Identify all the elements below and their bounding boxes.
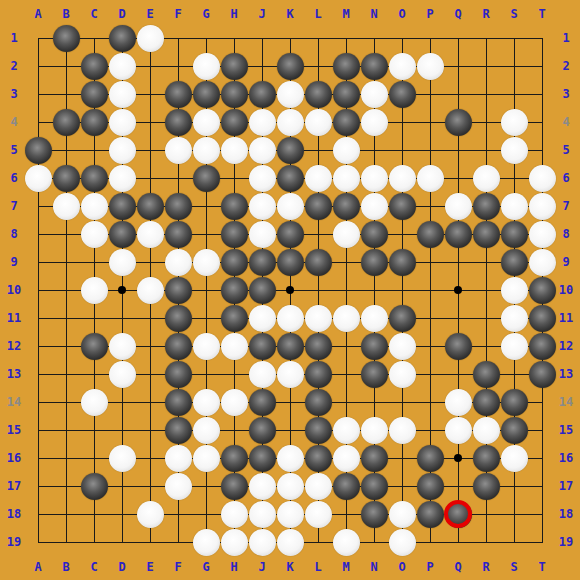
white-stone-J7[interactable] — [249, 193, 276, 220]
column-label-bottom-D: D — [108, 560, 136, 574]
black-stone-Q8[interactable] — [445, 221, 472, 248]
black-stone-R7[interactable] — [473, 193, 500, 220]
black-stone-R17[interactable] — [473, 473, 500, 500]
row-label-right-11: 11 — [552, 311, 580, 325]
white-stone-Q7[interactable] — [445, 193, 472, 220]
black-stone-L7[interactable] — [305, 193, 332, 220]
white-stone-K13[interactable] — [277, 361, 304, 388]
black-stone-C4[interactable] — [81, 109, 108, 136]
column-label-bottom-B: B — [52, 560, 80, 574]
white-stone-G5[interactable] — [193, 137, 220, 164]
black-stone-J14[interactable] — [249, 389, 276, 416]
white-stone-C14[interactable] — [81, 389, 108, 416]
white-stone-F5[interactable] — [165, 137, 192, 164]
white-stone-N3[interactable] — [361, 81, 388, 108]
black-stone-K8[interactable] — [277, 221, 304, 248]
column-label-top-O: O — [388, 7, 416, 21]
column-label-top-T: T — [528, 7, 556, 21]
go-board-app: AABBCCDDEEFFGGHHJJKKLLMMNNOOPPQQRRSSTT11… — [0, 0, 580, 580]
black-stone-R8[interactable] — [473, 221, 500, 248]
black-stone-M4[interactable] — [333, 109, 360, 136]
black-stone-S14[interactable] — [501, 389, 528, 416]
black-stone-P8[interactable] — [417, 221, 444, 248]
row-label-right-14: 14 — [552, 395, 580, 409]
black-stone-L9[interactable] — [305, 249, 332, 276]
black-stone-H11[interactable] — [221, 305, 248, 332]
black-stone-R14[interactable] — [473, 389, 500, 416]
white-stone-L17[interactable] — [305, 473, 332, 500]
white-stone-D13[interactable] — [109, 361, 136, 388]
row-label-left-1: 1 — [0, 31, 28, 45]
white-stone-S5[interactable] — [501, 137, 528, 164]
column-label-bottom-A: A — [24, 560, 52, 574]
black-stone-L3[interactable] — [305, 81, 332, 108]
black-stone-Q4[interactable] — [445, 109, 472, 136]
white-stone-E1[interactable] — [137, 25, 164, 52]
white-stone-G9[interactable] — [193, 249, 220, 276]
black-stone-P18[interactable] — [417, 501, 444, 528]
white-stone-L11[interactable] — [305, 305, 332, 332]
white-stone-D3[interactable] — [109, 81, 136, 108]
white-stone-J5[interactable] — [249, 137, 276, 164]
white-stone-M19[interactable] — [333, 529, 360, 556]
row-label-right-8: 8 — [552, 227, 580, 241]
white-stone-J17[interactable] — [249, 473, 276, 500]
row-label-right-5: 5 — [552, 143, 580, 157]
white-stone-S10[interactable] — [501, 277, 528, 304]
black-stone-R16[interactable] — [473, 445, 500, 472]
row-label-left-13: 13 — [0, 367, 28, 381]
row-label-left-11: 11 — [0, 311, 28, 325]
white-stone-M6[interactable] — [333, 165, 360, 192]
black-stone-J3[interactable] — [249, 81, 276, 108]
black-stone-S8[interactable] — [501, 221, 528, 248]
white-stone-J6[interactable] — [249, 165, 276, 192]
white-stone-L18[interactable] — [305, 501, 332, 528]
black-stone-H10[interactable] — [221, 277, 248, 304]
white-stone-H14[interactable] — [221, 389, 248, 416]
white-stone-N4[interactable] — [361, 109, 388, 136]
column-label-bottom-S: S — [500, 560, 528, 574]
row-label-left-16: 16 — [0, 451, 28, 465]
star-point-D10 — [118, 286, 126, 294]
column-label-bottom-H: H — [220, 560, 248, 574]
column-label-bottom-L: L — [304, 560, 332, 574]
black-stone-S9[interactable] — [501, 249, 528, 276]
white-stone-S4[interactable] — [501, 109, 528, 136]
column-label-top-S: S — [500, 7, 528, 21]
black-stone-F3[interactable] — [165, 81, 192, 108]
white-stone-K3[interactable] — [277, 81, 304, 108]
white-stone-G4[interactable] — [193, 109, 220, 136]
white-stone-B7[interactable] — [53, 193, 80, 220]
white-stone-O2[interactable] — [389, 53, 416, 80]
row-label-left-5: 5 — [0, 143, 28, 157]
white-stone-S16[interactable] — [501, 445, 528, 472]
white-stone-J11[interactable] — [249, 305, 276, 332]
black-stone-K12[interactable] — [277, 333, 304, 360]
column-label-bottom-P: P — [416, 560, 444, 574]
black-stone-A5[interactable] — [25, 137, 52, 164]
white-stone-O18[interactable] — [389, 501, 416, 528]
black-stone-N18[interactable] — [361, 501, 388, 528]
star-point-Q16 — [454, 454, 462, 462]
column-label-top-A: A — [24, 7, 52, 21]
white-stone-G15[interactable] — [193, 417, 220, 444]
row-label-left-4: 4 — [0, 115, 28, 129]
black-stone-M3[interactable] — [333, 81, 360, 108]
white-stone-M16[interactable] — [333, 445, 360, 472]
white-stone-Q14[interactable] — [445, 389, 472, 416]
black-stone-F11[interactable] — [165, 305, 192, 332]
star-point-K10 — [286, 286, 294, 294]
white-stone-G16[interactable] — [193, 445, 220, 472]
black-stone-L13[interactable] — [305, 361, 332, 388]
white-stone-M11[interactable] — [333, 305, 360, 332]
white-stone-C7[interactable] — [81, 193, 108, 220]
white-stone-F9[interactable] — [165, 249, 192, 276]
row-label-right-10: 10 — [552, 283, 580, 297]
white-stone-P2[interactable] — [417, 53, 444, 80]
white-stone-N6[interactable] — [361, 165, 388, 192]
black-stone-N9[interactable] — [361, 249, 388, 276]
black-stone-H2[interactable] — [221, 53, 248, 80]
row-label-left-14: 14 — [0, 395, 28, 409]
black-stone-N17[interactable] — [361, 473, 388, 500]
white-stone-E8[interactable] — [137, 221, 164, 248]
column-label-bottom-F: F — [164, 560, 192, 574]
white-stone-H12[interactable] — [221, 333, 248, 360]
white-stone-P6[interactable] — [417, 165, 444, 192]
white-stone-K4[interactable] — [277, 109, 304, 136]
row-label-right-6: 6 — [552, 171, 580, 185]
white-stone-D6[interactable] — [109, 165, 136, 192]
black-stone-B1[interactable] — [53, 25, 80, 52]
black-stone-C12[interactable] — [81, 333, 108, 360]
black-stone-F12[interactable] — [165, 333, 192, 360]
column-label-top-L: L — [304, 7, 332, 21]
white-stone-D2[interactable] — [109, 53, 136, 80]
black-stone-P17[interactable] — [417, 473, 444, 500]
white-stone-M8[interactable] — [333, 221, 360, 248]
black-stone-N16[interactable] — [361, 445, 388, 472]
white-stone-M15[interactable] — [333, 417, 360, 444]
black-stone-G6[interactable] — [193, 165, 220, 192]
black-stone-E7[interactable] — [137, 193, 164, 220]
white-stone-H19[interactable] — [221, 529, 248, 556]
white-stone-O6[interactable] — [389, 165, 416, 192]
last-move-red-circle-Q18 — [444, 500, 472, 528]
white-stone-O19[interactable] — [389, 529, 416, 556]
white-stone-G14[interactable] — [193, 389, 220, 416]
column-label-top-R: R — [472, 7, 500, 21]
white-stone-K17[interactable] — [277, 473, 304, 500]
column-label-top-J: J — [248, 7, 276, 21]
white-stone-D5[interactable] — [109, 137, 136, 164]
white-stone-S12[interactable] — [501, 333, 528, 360]
white-stone-G2[interactable] — [193, 53, 220, 80]
black-stone-N12[interactable] — [361, 333, 388, 360]
row-label-left-7: 7 — [0, 199, 28, 213]
black-stone-D1[interactable] — [109, 25, 136, 52]
white-stone-K19[interactable] — [277, 529, 304, 556]
row-label-right-12: 12 — [552, 339, 580, 353]
black-stone-B6[interactable] — [53, 165, 80, 192]
black-stone-F4[interactable] — [165, 109, 192, 136]
black-stone-K6[interactable] — [277, 165, 304, 192]
black-stone-D8[interactable] — [109, 221, 136, 248]
white-stone-J13[interactable] — [249, 361, 276, 388]
column-label-bottom-T: T — [528, 560, 556, 574]
black-stone-S15[interactable] — [501, 417, 528, 444]
white-stone-H5[interactable] — [221, 137, 248, 164]
column-label-bottom-N: N — [360, 560, 388, 574]
white-stone-D4[interactable] — [109, 109, 136, 136]
white-stone-J19[interactable] — [249, 529, 276, 556]
row-label-left-6: 6 — [0, 171, 28, 185]
black-stone-C17[interactable] — [81, 473, 108, 500]
column-label-bottom-J: J — [248, 560, 276, 574]
white-stone-J8[interactable] — [249, 221, 276, 248]
black-stone-K9[interactable] — [277, 249, 304, 276]
black-stone-K2[interactable] — [277, 53, 304, 80]
white-stone-N11[interactable] — [361, 305, 388, 332]
black-stone-B4[interactable] — [53, 109, 80, 136]
black-stone-O11[interactable] — [389, 305, 416, 332]
black-stone-M17[interactable] — [333, 473, 360, 500]
black-stone-H3[interactable] — [221, 81, 248, 108]
column-label-bottom-O: O — [388, 560, 416, 574]
black-stone-H16[interactable] — [221, 445, 248, 472]
black-stone-J16[interactable] — [249, 445, 276, 472]
black-stone-K5[interactable] — [277, 137, 304, 164]
column-label-top-C: C — [80, 7, 108, 21]
black-stone-D7[interactable] — [109, 193, 136, 220]
column-label-top-G: G — [192, 7, 220, 21]
black-stone-J9[interactable] — [249, 249, 276, 276]
white-stone-S7[interactable] — [501, 193, 528, 220]
column-label-top-P: P — [416, 7, 444, 21]
row-label-right-13: 13 — [552, 367, 580, 381]
white-stone-J4[interactable] — [249, 109, 276, 136]
black-stone-H8[interactable] — [221, 221, 248, 248]
black-stone-L12[interactable] — [305, 333, 332, 360]
row-label-right-1: 1 — [552, 31, 580, 45]
white-stone-C10[interactable] — [81, 277, 108, 304]
white-stone-C8[interactable] — [81, 221, 108, 248]
column-label-bottom-K: K — [276, 560, 304, 574]
row-label-left-8: 8 — [0, 227, 28, 241]
column-label-bottom-G: G — [192, 560, 220, 574]
row-label-right-15: 15 — [552, 423, 580, 437]
column-label-top-D: D — [108, 7, 136, 21]
column-label-top-E: E — [136, 7, 164, 21]
black-stone-N13[interactable] — [361, 361, 388, 388]
white-stone-S11[interactable] — [501, 305, 528, 332]
white-stone-L4[interactable] — [305, 109, 332, 136]
black-stone-F13[interactable] — [165, 361, 192, 388]
row-label-right-4: 4 — [552, 115, 580, 129]
row-label-left-10: 10 — [0, 283, 28, 297]
column-label-bottom-M: M — [332, 560, 360, 574]
column-label-top-K: K — [276, 7, 304, 21]
white-stone-R6[interactable] — [473, 165, 500, 192]
black-stone-N2[interactable] — [361, 53, 388, 80]
white-stone-K7[interactable] — [277, 193, 304, 220]
white-stone-E10[interactable] — [137, 277, 164, 304]
white-stone-O13[interactable] — [389, 361, 416, 388]
column-label-bottom-C: C — [80, 560, 108, 574]
row-label-right-17: 17 — [552, 479, 580, 493]
column-label-top-N: N — [360, 7, 388, 21]
white-stone-J18[interactable] — [249, 501, 276, 528]
white-stone-N15[interactable] — [361, 417, 388, 444]
white-stone-E18[interactable] — [137, 501, 164, 528]
column-label-top-F: F — [164, 7, 192, 21]
white-stone-A6[interactable] — [25, 165, 52, 192]
white-stone-L6[interactable] — [305, 165, 332, 192]
row-label-right-16: 16 — [552, 451, 580, 465]
black-stone-J12[interactable] — [249, 333, 276, 360]
black-stone-M7[interactable] — [333, 193, 360, 220]
row-label-right-2: 2 — [552, 59, 580, 73]
column-label-top-Q: Q — [444, 7, 472, 21]
black-stone-N8[interactable] — [361, 221, 388, 248]
row-label-right-18: 18 — [552, 507, 580, 521]
white-stone-K18[interactable] — [277, 501, 304, 528]
black-stone-M2[interactable] — [333, 53, 360, 80]
black-stone-H7[interactable] — [221, 193, 248, 220]
row-label-right-3: 3 — [552, 87, 580, 101]
white-stone-Q15[interactable] — [445, 417, 472, 444]
row-label-left-18: 18 — [0, 507, 28, 521]
column-label-bottom-E: E — [136, 560, 164, 574]
white-stone-N7[interactable] — [361, 193, 388, 220]
white-stone-O15[interactable] — [389, 417, 416, 444]
black-stone-P16[interactable] — [417, 445, 444, 472]
white-stone-O12[interactable] — [389, 333, 416, 360]
row-label-right-19: 19 — [552, 535, 580, 549]
column-label-bottom-R: R — [472, 560, 500, 574]
white-stone-D16[interactable] — [109, 445, 136, 472]
black-stone-C3[interactable] — [81, 81, 108, 108]
black-stone-F7[interactable] — [165, 193, 192, 220]
black-stone-Q12[interactable] — [445, 333, 472, 360]
black-stone-C2[interactable] — [81, 53, 108, 80]
white-stone-F17[interactable] — [165, 473, 192, 500]
star-point-Q10 — [454, 286, 462, 294]
row-label-right-7: 7 — [552, 199, 580, 213]
row-label-left-2: 2 — [0, 59, 28, 73]
black-stone-O7[interactable] — [389, 193, 416, 220]
white-stone-R15[interactable] — [473, 417, 500, 444]
black-stone-L16[interactable] — [305, 445, 332, 472]
black-stone-F8[interactable] — [165, 221, 192, 248]
row-label-left-12: 12 — [0, 339, 28, 353]
column-label-top-B: B — [52, 7, 80, 21]
row-label-left-17: 17 — [0, 479, 28, 493]
column-label-top-M: M — [332, 7, 360, 21]
white-stone-D12[interactable] — [109, 333, 136, 360]
white-stone-H18[interactable] — [221, 501, 248, 528]
black-stone-C6[interactable] — [81, 165, 108, 192]
row-label-left-3: 3 — [0, 87, 28, 101]
black-stone-J15[interactable] — [249, 417, 276, 444]
white-stone-D9[interactable] — [109, 249, 136, 276]
black-stone-H17[interactable] — [221, 473, 248, 500]
column-label-bottom-Q: Q — [444, 560, 472, 574]
black-stone-O3[interactable] — [389, 81, 416, 108]
black-stone-R13[interactable] — [473, 361, 500, 388]
black-stone-G3[interactable] — [193, 81, 220, 108]
row-label-left-9: 9 — [0, 255, 28, 269]
black-stone-F14[interactable] — [165, 389, 192, 416]
white-stone-K16[interactable] — [277, 445, 304, 472]
black-stone-L14[interactable] — [305, 389, 332, 416]
white-stone-G19[interactable] — [193, 529, 220, 556]
black-stone-H4[interactable] — [221, 109, 248, 136]
black-stone-J10[interactable] — [249, 277, 276, 304]
black-stone-O9[interactable] — [389, 249, 416, 276]
row-label-left-19: 19 — [0, 535, 28, 549]
black-stone-L15[interactable] — [305, 417, 332, 444]
white-stone-F16[interactable] — [165, 445, 192, 472]
white-stone-M5[interactable] — [333, 137, 360, 164]
black-stone-H9[interactable] — [221, 249, 248, 276]
white-stone-K11[interactable] — [277, 305, 304, 332]
row-label-right-9: 9 — [552, 255, 580, 269]
black-stone-F15[interactable] — [165, 417, 192, 444]
black-stone-F10[interactable] — [165, 277, 192, 304]
row-label-left-15: 15 — [0, 423, 28, 437]
white-stone-G12[interactable] — [193, 333, 220, 360]
column-label-top-H: H — [220, 7, 248, 21]
